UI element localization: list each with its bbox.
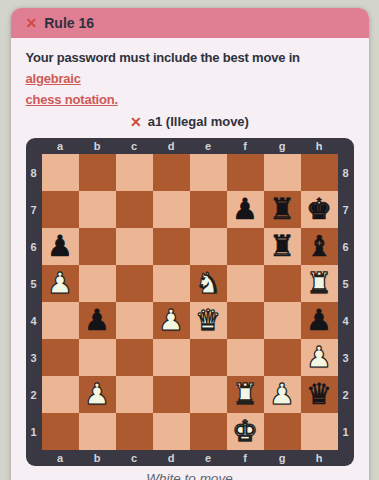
square-b1	[79, 413, 116, 450]
file-labels-bottom: abcdefgh	[42, 450, 338, 466]
square-b3	[79, 339, 116, 376]
coord-label-1: 1	[26, 413, 42, 450]
square-a7	[42, 191, 79, 228]
square-f4	[227, 302, 264, 339]
square-a8	[42, 154, 79, 191]
coord-label-g: g	[264, 450, 301, 466]
square-h7: ♚	[301, 191, 338, 228]
piece-black-pawn-h4: ♟	[301, 302, 338, 339]
coord-label-d: d	[153, 138, 190, 154]
rule-text-prefix: Your password must include the best move…	[26, 50, 300, 65]
square-d4: ♟	[153, 302, 190, 339]
attempt-row: ✕ a1 (Illegal move)	[24, 114, 356, 129]
square-h6: ♝	[301, 228, 338, 265]
coord-label-g: g	[264, 138, 301, 154]
piece-black-pawn-a6: ♟	[42, 228, 79, 265]
coord-label-2: 2	[338, 376, 354, 413]
rule-failed-icon: ✕	[26, 16, 38, 30]
square-d2	[153, 376, 190, 413]
square-e5: ♞	[190, 265, 227, 302]
coord-label-f: f	[227, 450, 264, 466]
square-b5	[79, 265, 116, 302]
coord-label-d: d	[153, 450, 190, 466]
square-c2	[116, 376, 153, 413]
coord-label-b: b	[79, 450, 116, 466]
square-h1	[301, 413, 338, 450]
piece-white-pawn-a5: ♟	[42, 265, 79, 302]
rule-card-body: Your password must include the best move…	[11, 38, 369, 480]
square-h3: ♟	[301, 339, 338, 376]
coord-label-a: a	[42, 450, 79, 466]
square-f8	[227, 154, 264, 191]
square-e7	[190, 191, 227, 228]
square-f7: ♟	[227, 191, 264, 228]
piece-white-pawn-g2: ♟	[264, 376, 301, 413]
illegal-move-icon: ✕	[130, 115, 142, 129]
square-f3	[227, 339, 264, 376]
square-a3	[42, 339, 79, 376]
page-background: ✕ Rule 16 Your password must include the…	[0, 0, 379, 480]
coord-label-3: 3	[338, 339, 354, 376]
square-g2: ♟	[264, 376, 301, 413]
coord-label-5: 5	[26, 265, 42, 302]
piece-black-king-h7: ♚	[301, 191, 338, 228]
square-d1	[153, 413, 190, 450]
piece-white-pawn-h3: ♟	[301, 339, 338, 376]
square-e4: ♛	[190, 302, 227, 339]
square-c3	[116, 339, 153, 376]
coord-label-6: 6	[338, 228, 354, 265]
square-a4	[42, 302, 79, 339]
coord-label-a: a	[42, 138, 79, 154]
square-h8	[301, 154, 338, 191]
square-a1	[42, 413, 79, 450]
piece-white-knight-e5: ♞	[190, 265, 227, 302]
square-d8	[153, 154, 190, 191]
coord-label-f: f	[227, 138, 264, 154]
coord-label-6: 6	[26, 228, 42, 265]
piece-white-pawn-d4: ♟	[153, 302, 190, 339]
square-e3	[190, 339, 227, 376]
square-d6	[153, 228, 190, 265]
square-b7	[79, 191, 116, 228]
square-b2: ♟	[79, 376, 116, 413]
square-e2	[190, 376, 227, 413]
coord-label-7: 7	[26, 191, 42, 228]
square-f2: ♜	[227, 376, 264, 413]
square-c8	[116, 154, 153, 191]
coord-label-h: h	[301, 450, 338, 466]
piece-white-queen-e4: ♛	[190, 302, 227, 339]
square-f1: ♚	[227, 413, 264, 450]
link-line-2: chess notation.	[26, 92, 118, 107]
rule-card-header: ✕ Rule 16	[11, 8, 369, 38]
square-f6	[227, 228, 264, 265]
square-c7	[116, 191, 153, 228]
square-g4	[264, 302, 301, 339]
square-g5	[264, 265, 301, 302]
coord-label-2: 2	[26, 376, 42, 413]
algebraic-notation-link[interactable]: algebraicchess notation.	[26, 71, 118, 107]
square-d5	[153, 265, 190, 302]
square-g7: ♜	[264, 191, 301, 228]
square-g8	[264, 154, 301, 191]
square-a5: ♟	[42, 265, 79, 302]
coord-label-h: h	[301, 138, 338, 154]
square-b6	[79, 228, 116, 265]
square-g3	[264, 339, 301, 376]
piece-black-queen-h2: ♛	[301, 376, 338, 413]
square-c1	[116, 413, 153, 450]
rank-labels-left: 87654321	[26, 154, 42, 450]
piece-black-bishop-h6: ♝	[301, 228, 338, 265]
square-f5	[227, 265, 264, 302]
coord-label-b: b	[79, 138, 116, 154]
turn-indicator: White to move	[24, 471, 356, 480]
coord-label-c: c	[116, 138, 153, 154]
square-b8	[79, 154, 116, 191]
piece-black-rook-g7: ♜	[264, 191, 301, 228]
coord-label-8: 8	[26, 154, 42, 191]
coord-label-5: 5	[338, 265, 354, 302]
rank-labels-right: 87654321	[338, 154, 354, 450]
square-e8	[190, 154, 227, 191]
chess-board: abcdefgh abcdefgh 87654321 87654321 ♟♜♚♟…	[26, 138, 354, 466]
square-g6: ♜	[264, 228, 301, 265]
coord-label-c: c	[116, 450, 153, 466]
square-c4	[116, 302, 153, 339]
piece-black-pawn-f7: ♟	[227, 191, 264, 228]
rule-card: ✕ Rule 16 Your password must include the…	[11, 8, 369, 480]
piece-white-rook-h5: ♜	[301, 265, 338, 302]
square-c6	[116, 228, 153, 265]
square-c5	[116, 265, 153, 302]
piece-black-pawn-b4: ♟	[79, 302, 116, 339]
link-line-1: algebraic	[26, 71, 81, 86]
square-h4: ♟	[301, 302, 338, 339]
square-b4: ♟	[79, 302, 116, 339]
square-e1	[190, 413, 227, 450]
square-h2: ♛	[301, 376, 338, 413]
coord-label-e: e	[190, 138, 227, 154]
rule-title: Rule 16	[44, 15, 94, 31]
coord-label-4: 4	[26, 302, 42, 339]
coord-label-3: 3	[26, 339, 42, 376]
square-a6: ♟	[42, 228, 79, 265]
piece-white-king-f1: ♚	[227, 413, 264, 450]
piece-white-rook-f2: ♜	[227, 376, 264, 413]
piece-black-rook-g6: ♜	[264, 228, 301, 265]
square-h5: ♜	[301, 265, 338, 302]
board-grid: ♟♜♚♟♜♝♟♞♜♟♟♛♟♟♟♜♟♛♚	[42, 154, 338, 450]
square-d7	[153, 191, 190, 228]
piece-white-pawn-b2: ♟	[79, 376, 116, 413]
coord-label-7: 7	[338, 191, 354, 228]
coord-label-1: 1	[338, 413, 354, 450]
coord-label-4: 4	[338, 302, 354, 339]
coord-label-8: 8	[338, 154, 354, 191]
file-labels-top: abcdefgh	[42, 138, 338, 154]
attempt-text: a1 (Illegal move)	[148, 114, 249, 129]
square-a2	[42, 376, 79, 413]
square-g1	[264, 413, 301, 450]
coord-label-e: e	[190, 450, 227, 466]
square-d3	[153, 339, 190, 376]
rule-text: Your password must include the best move…	[26, 48, 354, 110]
square-e6	[190, 228, 227, 265]
